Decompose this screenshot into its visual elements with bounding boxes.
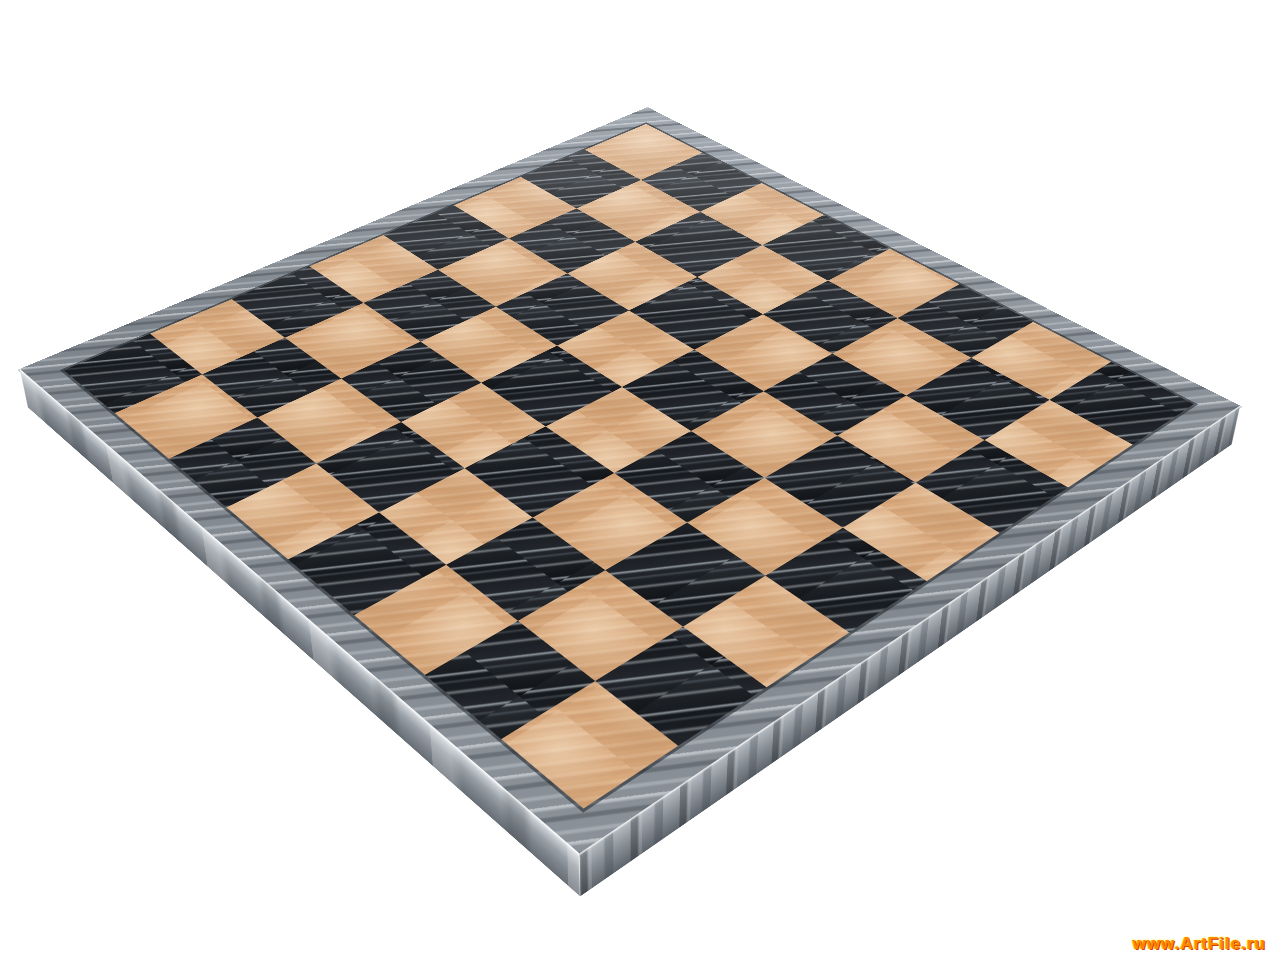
square-g2[interactable] — [518, 570, 683, 681]
square-g3[interactable] — [605, 523, 765, 627]
square-h4[interactable] — [765, 528, 926, 633]
square-f3[interactable] — [533, 473, 688, 570]
square-f2[interactable] — [446, 518, 605, 621]
square-h3[interactable] — [683, 576, 849, 688]
square-h7[interactable] — [985, 400, 1133, 488]
chessboard — [20, 107, 1240, 853]
square-h5[interactable] — [843, 483, 1000, 582]
square-d3[interactable] — [401, 383, 546, 468]
square-g5[interactable] — [765, 435, 916, 527]
square-g6[interactable] — [837, 396, 984, 483]
square-e1[interactable] — [288, 512, 446, 615]
square-e3[interactable] — [465, 426, 614, 517]
square-f4[interactable] — [614, 431, 764, 523]
square-h2[interactable] — [595, 627, 766, 746]
board-frame — [20, 107, 1240, 853]
square-g1[interactable] — [425, 621, 595, 739]
square-f5[interactable] — [691, 391, 837, 478]
square-b1[interactable] — [115, 374, 258, 458]
square-h1[interactable] — [501, 681, 678, 809]
square-f1[interactable] — [354, 565, 518, 675]
square-h6[interactable] — [916, 440, 1068, 533]
photo-background: www.ArtFile.ru — [0, 0, 1280, 960]
square-d2[interactable] — [316, 422, 464, 512]
square-e2[interactable] — [379, 468, 533, 565]
square-c2[interactable] — [257, 379, 401, 464]
square-e4[interactable] — [546, 387, 691, 473]
square-g4[interactable] — [687, 478, 843, 576]
watermark: www.ArtFile.ru — [1133, 934, 1266, 954]
board-grid — [64, 124, 1194, 809]
square-d1[interactable] — [227, 463, 380, 559]
square-c1[interactable] — [169, 418, 316, 508]
